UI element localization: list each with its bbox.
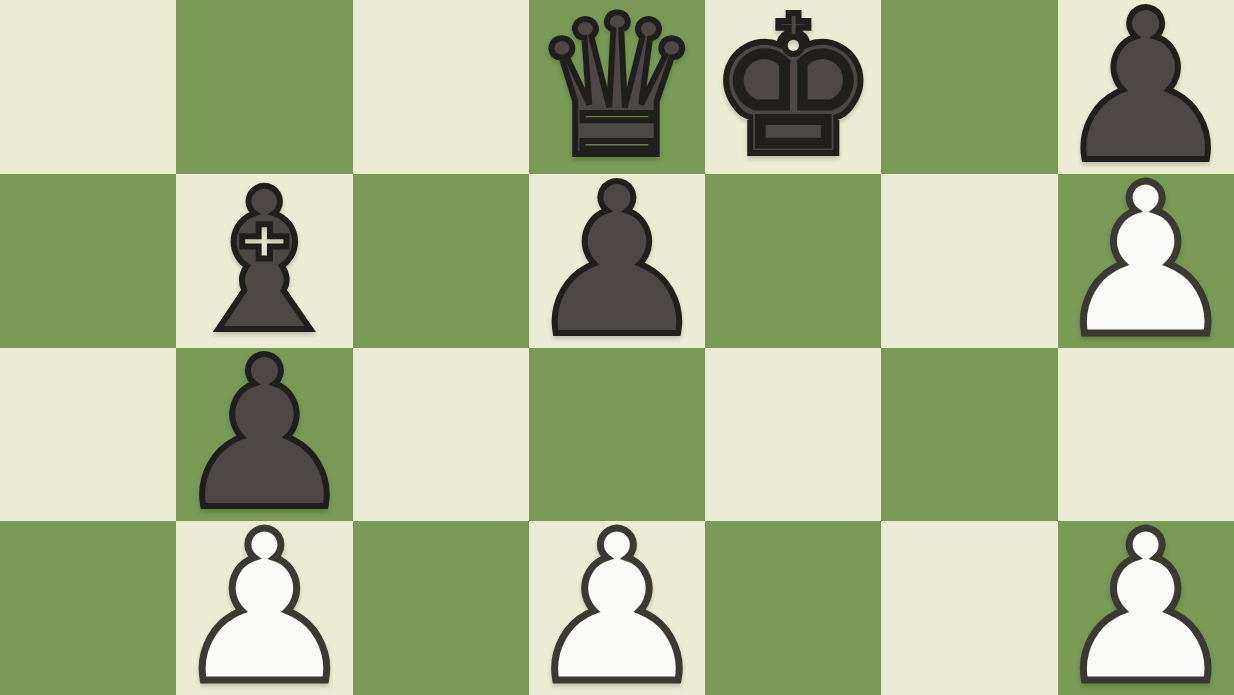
square-b7[interactable] <box>0 0 176 174</box>
square-c4[interactable]: ♟ <box>176 521 352 695</box>
square-b6[interactable] <box>0 174 176 348</box>
square-f4[interactable] <box>705 521 881 695</box>
square-e4[interactable]: ♟ <box>529 521 705 695</box>
square-g7[interactable] <box>881 0 1057 174</box>
white-pawn-piece[interactable]: ♟ <box>1053 157 1234 365</box>
white-pawn-piece[interactable]: ♟ <box>524 504 710 695</box>
square-g5[interactable] <box>881 348 1057 522</box>
square-g4[interactable] <box>881 521 1057 695</box>
white-pawn-piece[interactable]: ♟ <box>1053 504 1234 695</box>
square-f7[interactable]: ♚ <box>705 0 881 174</box>
white-pawn-piece[interactable]: ♟ <box>171 504 357 695</box>
square-e6[interactable]: ♟ <box>529 174 705 348</box>
square-b5[interactable] <box>0 348 176 522</box>
square-d7[interactable] <box>353 0 529 174</box>
square-g6[interactable] <box>881 174 1057 348</box>
black-pawn-piece[interactable]: ♟ <box>524 157 710 365</box>
square-d6[interactable] <box>353 174 529 348</box>
square-f6[interactable] <box>705 174 881 348</box>
square-b4[interactable] <box>0 521 176 695</box>
chessboard: ♛♚♟♝♟♟♟♟♟♟ <box>0 0 1234 695</box>
black-king-piece[interactable]: ♚ <box>707 0 879 183</box>
square-f5[interactable] <box>705 348 881 522</box>
square-h6[interactable]: ♟ <box>1058 174 1234 348</box>
square-h4[interactable]: ♟ <box>1058 521 1234 695</box>
square-d4[interactable] <box>353 521 529 695</box>
square-d5[interactable] <box>353 348 529 522</box>
